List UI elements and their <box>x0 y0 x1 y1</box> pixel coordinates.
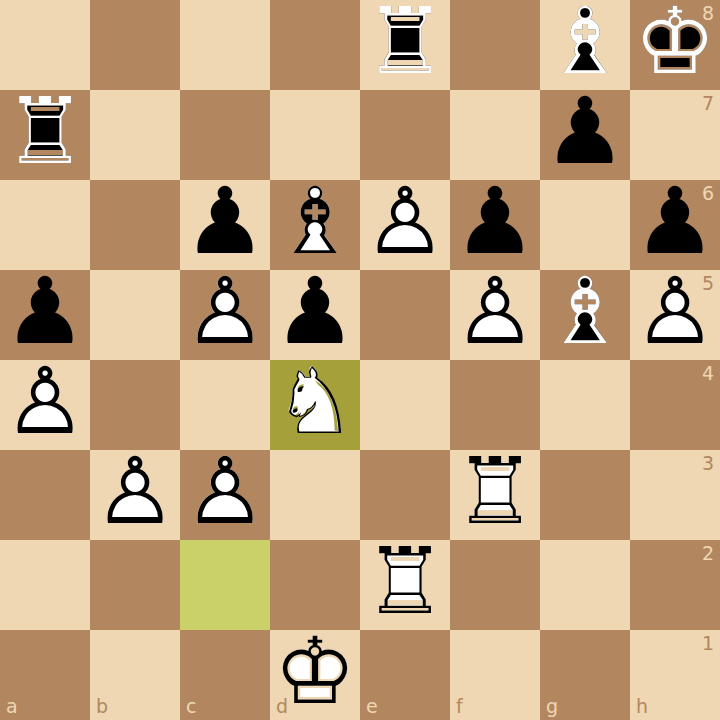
square-d5[interactable]: ♟ <box>270 270 360 360</box>
square-c2[interactable] <box>180 540 270 630</box>
square-c6[interactable]: ♟ <box>180 180 270 270</box>
piece-white-pawn[interactable]: ♟♙ <box>630 270 720 360</box>
square-h1[interactable]: 1h <box>630 630 720 720</box>
square-e3[interactable] <box>360 450 450 540</box>
square-a8[interactable] <box>0 0 90 90</box>
piece-black-rook[interactable]: ♜♖ <box>360 0 450 90</box>
white-rook-outline-icon: ♖ <box>364 536 446 628</box>
black-rook-outline-icon: ♖ <box>4 86 86 178</box>
square-b3[interactable]: ♟♙ <box>90 450 180 540</box>
square-e5[interactable] <box>360 270 450 360</box>
piece-black-pawn[interactable]: ♟ <box>540 90 630 180</box>
white-pawn-outline-icon: ♙ <box>94 446 176 538</box>
square-d6[interactable]: ♝♗ <box>270 180 360 270</box>
white-pawn-outline-icon: ♙ <box>634 266 716 358</box>
square-a2[interactable] <box>0 540 90 630</box>
square-f8[interactable] <box>450 0 540 90</box>
square-b1[interactable]: b <box>90 630 180 720</box>
file-label-h: h <box>636 697 648 716</box>
piece-black-pawn[interactable]: ♟ <box>270 270 360 360</box>
square-f1[interactable]: f <box>450 630 540 720</box>
square-e2[interactable]: ♜♖ <box>360 540 450 630</box>
square-h3[interactable]: 3 <box>630 450 720 540</box>
piece-white-rook[interactable]: ♜♖ <box>360 540 450 630</box>
piece-white-bishop[interactable]: ♝♗ <box>270 180 360 270</box>
white-king-outline-icon: ♔ <box>274 626 356 718</box>
square-g2[interactable] <box>540 540 630 630</box>
black-pawn-icon: ♟ <box>544 86 626 178</box>
square-a5[interactable]: ♟ <box>0 270 90 360</box>
black-pawn-icon: ♟ <box>634 176 716 268</box>
square-a4[interactable]: ♟♙ <box>0 360 90 450</box>
square-f4[interactable] <box>450 360 540 450</box>
square-g8[interactable]: ♝♗ <box>540 0 630 90</box>
black-rook-outline-icon: ♖ <box>364 0 446 88</box>
rank-label-7: 7 <box>702 94 714 113</box>
square-c5[interactable]: ♟♙ <box>180 270 270 360</box>
square-a3[interactable] <box>0 450 90 540</box>
square-c4[interactable] <box>180 360 270 450</box>
piece-black-king[interactable]: ♚♔ <box>630 0 720 90</box>
file-label-a: a <box>6 697 18 716</box>
piece-white-pawn[interactable]: ♟♙ <box>0 360 90 450</box>
piece-black-rook[interactable]: ♜♖ <box>0 90 90 180</box>
square-d3[interactable] <box>270 450 360 540</box>
square-b4[interactable] <box>90 360 180 450</box>
square-h4[interactable]: 4 <box>630 360 720 450</box>
square-d4[interactable]: ♞♘ <box>270 360 360 450</box>
square-f5[interactable]: ♟♙ <box>450 270 540 360</box>
square-e1[interactable]: e <box>360 630 450 720</box>
piece-white-pawn[interactable]: ♟♙ <box>360 180 450 270</box>
square-b6[interactable] <box>90 180 180 270</box>
square-g6[interactable] <box>540 180 630 270</box>
piece-black-pawn[interactable]: ♟ <box>180 180 270 270</box>
black-bishop-outline-icon: ♗ <box>544 0 626 88</box>
rank-label-3: 3 <box>702 454 714 473</box>
white-rook-outline-icon: ♖ <box>454 446 536 538</box>
file-label-g: g <box>546 697 558 716</box>
file-label-c: c <box>186 697 196 716</box>
square-h6[interactable]: 6♟ <box>630 180 720 270</box>
black-pawn-icon: ♟ <box>184 176 266 268</box>
white-bishop-outline-icon: ♗ <box>274 176 356 268</box>
piece-black-pawn[interactable]: ♟ <box>450 180 540 270</box>
chess-board: ♜♖♝♗8♚♔♜♖♟7♟♝♗♟♙♟6♟♟♟♙♟♟♙♝♗5♟♙♟♙♞♘4♟♙♟♙♜… <box>0 0 720 720</box>
square-h8[interactable]: 8♚♔ <box>630 0 720 90</box>
square-b2[interactable] <box>90 540 180 630</box>
square-g7[interactable]: ♟ <box>540 90 630 180</box>
square-e7[interactable] <box>360 90 450 180</box>
square-h5[interactable]: 5♟♙ <box>630 270 720 360</box>
square-d1[interactable]: d♚♔ <box>270 630 360 720</box>
black-bishop-outline-icon: ♗ <box>544 266 626 358</box>
piece-black-bishop[interactable]: ♝♗ <box>540 0 630 90</box>
white-knight-outline-icon: ♘ <box>274 356 356 448</box>
white-pawn-outline-icon: ♙ <box>4 356 86 448</box>
square-g4[interactable] <box>540 360 630 450</box>
square-a6[interactable] <box>0 180 90 270</box>
square-b5[interactable] <box>90 270 180 360</box>
square-e6[interactable]: ♟♙ <box>360 180 450 270</box>
square-f2[interactable] <box>450 540 540 630</box>
square-e4[interactable] <box>360 360 450 450</box>
square-h2[interactable]: 2 <box>630 540 720 630</box>
file-label-e: e <box>366 697 378 716</box>
white-pawn-outline-icon: ♙ <box>364 176 446 268</box>
square-f3[interactable]: ♜♖ <box>450 450 540 540</box>
piece-white-rook[interactable]: ♜♖ <box>450 450 540 540</box>
white-pawn-outline-icon: ♙ <box>454 266 536 358</box>
square-c1[interactable]: c <box>180 630 270 720</box>
square-b8[interactable] <box>90 0 180 90</box>
white-pawn-outline-icon: ♙ <box>184 266 266 358</box>
rank-label-4: 4 <box>702 364 714 383</box>
square-g1[interactable]: g <box>540 630 630 720</box>
piece-white-pawn[interactable]: ♟♙ <box>180 270 270 360</box>
square-d7[interactable] <box>270 90 360 180</box>
square-d2[interactable] <box>270 540 360 630</box>
square-h7[interactable]: 7 <box>630 90 720 180</box>
black-pawn-icon: ♟ <box>274 266 356 358</box>
square-f7[interactable] <box>450 90 540 180</box>
white-pawn-outline-icon: ♙ <box>184 446 266 538</box>
piece-white-king[interactable]: ♚♔ <box>270 630 360 720</box>
rank-label-2: 2 <box>702 544 714 563</box>
piece-black-pawn[interactable]: ♟ <box>630 180 720 270</box>
square-b7[interactable] <box>90 90 180 180</box>
square-e8[interactable]: ♜♖ <box>360 0 450 90</box>
square-g5[interactable]: ♝♗ <box>540 270 630 360</box>
square-c8[interactable] <box>180 0 270 90</box>
square-f6[interactable]: ♟ <box>450 180 540 270</box>
file-label-b: b <box>96 697 108 716</box>
piece-white-pawn[interactable]: ♟♙ <box>90 450 180 540</box>
piece-white-pawn[interactable]: ♟♙ <box>450 270 540 360</box>
square-d8[interactable] <box>270 0 360 90</box>
piece-white-knight[interactable]: ♞♘ <box>270 360 360 450</box>
piece-white-pawn[interactable]: ♟♙ <box>180 450 270 540</box>
black-pawn-icon: ♟ <box>454 176 536 268</box>
square-a7[interactable]: ♜♖ <box>0 90 90 180</box>
piece-black-pawn[interactable]: ♟ <box>0 270 90 360</box>
piece-black-bishop[interactable]: ♝♗ <box>540 270 630 360</box>
black-pawn-icon: ♟ <box>4 266 86 358</box>
square-a1[interactable]: a <box>0 630 90 720</box>
square-c3[interactable]: ♟♙ <box>180 450 270 540</box>
black-king-outline-icon: ♔ <box>634 0 716 88</box>
file-label-f: f <box>456 697 463 716</box>
square-g3[interactable] <box>540 450 630 540</box>
rank-label-1: 1 <box>702 634 714 653</box>
square-c7[interactable] <box>180 90 270 180</box>
